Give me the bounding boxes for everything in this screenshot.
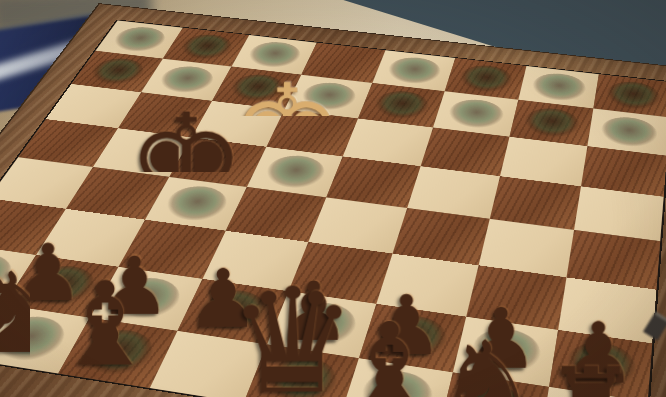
- felt-pad: [374, 312, 452, 364]
- felt-pad: [84, 56, 151, 87]
- felt-pad: [20, 262, 104, 309]
- felt-pad: [521, 105, 582, 140]
- felt-pad: [599, 114, 658, 149]
- felt-pad: [370, 88, 433, 121]
- chess-board: ♜♞♝♛♝♞♜♟♟♟♟♟♟♟♟♚♚♟♟♟♟♟♟♟♟♜♞♝♛♝♞♜: [0, 19, 666, 397]
- felt-pad: [356, 367, 438, 397]
- felt-pad: [260, 353, 344, 397]
- felt-pad: [75, 326, 162, 379]
- chess-photo-scene: ♜♞♝♛♝♞♜♟♟♟♟♟♟♟♟♚♚♟♟♟♟♟♟♟♟♜♞♝♛♝♞♜: [0, 0, 666, 397]
- square-d3: [343, 118, 433, 166]
- felt-pad: [159, 183, 233, 224]
- square-d7: ♟: [267, 291, 376, 358]
- square-b4: [490, 176, 581, 230]
- felt-pad: [0, 313, 74, 365]
- felt-pad: [175, 32, 238, 61]
- felt-pad: [454, 381, 534, 397]
- felt-pad: [193, 286, 274, 335]
- square-g8: ♞: [0, 305, 90, 374]
- felt-pad: [283, 299, 362, 349]
- felt-pad: [384, 55, 444, 86]
- felt-pad: [260, 153, 330, 191]
- felt-pad: [564, 338, 638, 392]
- square-e4: ♚: [247, 147, 343, 198]
- chess-board-frame: ♜♞♝♛♝♞♜♟♟♟♟♟♟♟♟♚♚♟♟♟♟♟♟♟♟♜♞♝♛♝♞♜: [0, 3, 666, 397]
- square-c7: ♟: [359, 304, 466, 373]
- felt-pad: [105, 274, 187, 322]
- felt-pad: [297, 80, 361, 113]
- square-h1: ♜: [95, 20, 182, 58]
- felt-pad: [154, 64, 220, 96]
- felt-pad: [530, 71, 588, 103]
- square-g7: ♟: [4, 255, 119, 318]
- square-c8: ♝: [340, 358, 453, 397]
- felt-pad: [225, 72, 290, 104]
- felt-pad: [107, 25, 171, 54]
- square-b5: [479, 219, 575, 278]
- square-a3: [581, 146, 666, 197]
- chess-board-3d-wrap: ♜♞♝♛♝♞♜♟♟♟♟♟♟♟♟♚♚♟♟♟♟♟♟♟♟♜♞♝♛♝♞♜: [0, 3, 666, 397]
- square-a7: ♟: [549, 330, 652, 397]
- square-h4: [18, 119, 118, 167]
- felt-pad: [445, 97, 507, 131]
- felt-pad: [605, 79, 662, 112]
- felt-pad: [456, 63, 515, 94]
- square-a6: [558, 278, 656, 344]
- felt-pad: [243, 40, 305, 70]
- felt-pad: [468, 325, 544, 378]
